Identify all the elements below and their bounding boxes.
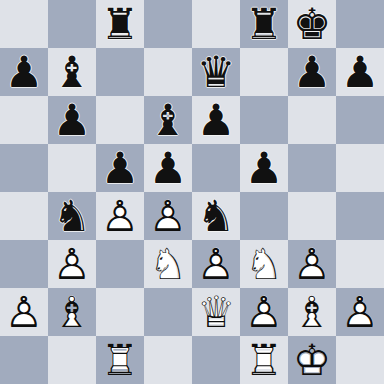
square-e4[interactable]: ♞ bbox=[192, 192, 240, 240]
square-h5[interactable] bbox=[336, 144, 384, 192]
square-f6[interactable] bbox=[240, 96, 288, 144]
black-knight-glyph: ♞ bbox=[192, 192, 240, 240]
square-d4[interactable]: ♟♙ bbox=[144, 192, 192, 240]
square-e6[interactable]: ♟ bbox=[192, 96, 240, 144]
white-pawn: ♟♙ bbox=[48, 240, 96, 288]
black-bishop: ♝ bbox=[144, 96, 192, 144]
square-d2[interactable] bbox=[144, 288, 192, 336]
square-f8[interactable]: ♜ bbox=[240, 0, 288, 48]
black-pawn-glyph: ♟ bbox=[336, 48, 384, 96]
white-rook-outline: ♖ bbox=[96, 336, 144, 384]
black-king-glyph: ♚ bbox=[288, 0, 336, 48]
black-pawn: ♟ bbox=[48, 96, 96, 144]
black-pawn-glyph: ♟ bbox=[144, 144, 192, 192]
square-f7[interactable] bbox=[240, 48, 288, 96]
white-queen-outline: ♕ bbox=[192, 288, 240, 336]
white-bishop-outline: ♗ bbox=[288, 288, 336, 336]
white-pawn: ♟♙ bbox=[192, 240, 240, 288]
square-h8[interactable] bbox=[336, 0, 384, 48]
white-queen: ♛♕ bbox=[192, 288, 240, 336]
black-knight-glyph: ♞ bbox=[48, 192, 96, 240]
square-b5[interactable] bbox=[48, 144, 96, 192]
black-pawn: ♟ bbox=[192, 96, 240, 144]
black-rook-glyph: ♜ bbox=[96, 0, 144, 48]
chess-board: ♜♜♚♟♝♛♟♟♟♝♟♟♟♟♞♟♙♟♙♞♟♙♞♘♟♙♞♘♟♙♟♙♝♗♛♕♟♙♝♗… bbox=[0, 0, 384, 384]
square-d5[interactable]: ♟ bbox=[144, 144, 192, 192]
square-f4[interactable] bbox=[240, 192, 288, 240]
square-a8[interactable] bbox=[0, 0, 48, 48]
square-e1[interactable] bbox=[192, 336, 240, 384]
white-pawn: ♟♙ bbox=[0, 288, 48, 336]
square-d6[interactable]: ♝ bbox=[144, 96, 192, 144]
black-bishop: ♝ bbox=[48, 48, 96, 96]
black-queen: ♛ bbox=[192, 48, 240, 96]
square-g6[interactable] bbox=[288, 96, 336, 144]
square-b7[interactable]: ♝ bbox=[48, 48, 96, 96]
white-pawn: ♟♙ bbox=[288, 240, 336, 288]
black-rook-glyph: ♜ bbox=[240, 0, 288, 48]
square-g7[interactable]: ♟ bbox=[288, 48, 336, 96]
black-pawn: ♟ bbox=[288, 48, 336, 96]
square-f5[interactable]: ♟ bbox=[240, 144, 288, 192]
white-pawn: ♟♙ bbox=[240, 288, 288, 336]
black-pawn: ♟ bbox=[240, 144, 288, 192]
white-rook: ♜♖ bbox=[96, 336, 144, 384]
square-b4[interactable]: ♞ bbox=[48, 192, 96, 240]
square-h6[interactable] bbox=[336, 96, 384, 144]
black-bishop-glyph: ♝ bbox=[144, 96, 192, 144]
square-f1[interactable]: ♜♖ bbox=[240, 336, 288, 384]
square-g8[interactable]: ♚ bbox=[288, 0, 336, 48]
white-bishop: ♝♗ bbox=[48, 288, 96, 336]
black-king: ♚ bbox=[288, 0, 336, 48]
white-pawn-outline: ♙ bbox=[336, 288, 384, 336]
square-h7[interactable]: ♟ bbox=[336, 48, 384, 96]
black-pawn-glyph: ♟ bbox=[48, 96, 96, 144]
white-pawn-outline: ♙ bbox=[48, 240, 96, 288]
white-knight-outline: ♘ bbox=[144, 240, 192, 288]
black-queen-glyph: ♛ bbox=[192, 48, 240, 96]
black-rook: ♜ bbox=[240, 0, 288, 48]
square-d7[interactable] bbox=[144, 48, 192, 96]
square-h2[interactable]: ♟♙ bbox=[336, 288, 384, 336]
square-d8[interactable] bbox=[144, 0, 192, 48]
black-pawn: ♟ bbox=[336, 48, 384, 96]
white-knight: ♞♘ bbox=[240, 240, 288, 288]
square-b8[interactable] bbox=[48, 0, 96, 48]
square-g4[interactable] bbox=[288, 192, 336, 240]
square-b2[interactable]: ♝♗ bbox=[48, 288, 96, 336]
square-c3[interactable] bbox=[96, 240, 144, 288]
square-h1[interactable] bbox=[336, 336, 384, 384]
white-pawn: ♟♙ bbox=[336, 288, 384, 336]
white-rook-outline: ♖ bbox=[240, 336, 288, 384]
square-d1[interactable] bbox=[144, 336, 192, 384]
square-c1[interactable]: ♜♖ bbox=[96, 336, 144, 384]
black-pawn-glyph: ♟ bbox=[0, 48, 48, 96]
square-g1[interactable]: ♚♔ bbox=[288, 336, 336, 384]
black-pawn-glyph: ♟ bbox=[240, 144, 288, 192]
black-pawn: ♟ bbox=[144, 144, 192, 192]
square-b3[interactable]: ♟♙ bbox=[48, 240, 96, 288]
black-pawn-glyph: ♟ bbox=[96, 144, 144, 192]
square-g5[interactable] bbox=[288, 144, 336, 192]
white-king-outline: ♔ bbox=[288, 336, 336, 384]
square-e3[interactable]: ♟♙ bbox=[192, 240, 240, 288]
square-c5[interactable]: ♟ bbox=[96, 144, 144, 192]
square-f2[interactable]: ♟♙ bbox=[240, 288, 288, 336]
black-knight: ♞ bbox=[48, 192, 96, 240]
white-bishop: ♝♗ bbox=[288, 288, 336, 336]
square-a6[interactable] bbox=[0, 96, 48, 144]
black-bishop-glyph: ♝ bbox=[48, 48, 96, 96]
square-c2[interactable] bbox=[96, 288, 144, 336]
square-a2[interactable]: ♟♙ bbox=[0, 288, 48, 336]
square-g2[interactable]: ♝♗ bbox=[288, 288, 336, 336]
square-a5[interactable] bbox=[0, 144, 48, 192]
square-c4[interactable]: ♟♙ bbox=[96, 192, 144, 240]
square-e2[interactable]: ♛♕ bbox=[192, 288, 240, 336]
black-pawn: ♟ bbox=[0, 48, 48, 96]
white-pawn-outline: ♙ bbox=[0, 288, 48, 336]
black-knight: ♞ bbox=[192, 192, 240, 240]
white-pawn-outline: ♙ bbox=[144, 192, 192, 240]
square-d3[interactable]: ♞♘ bbox=[144, 240, 192, 288]
square-e8[interactable] bbox=[192, 0, 240, 48]
square-a1[interactable] bbox=[0, 336, 48, 384]
white-pawn-outline: ♙ bbox=[192, 240, 240, 288]
square-a3[interactable] bbox=[0, 240, 48, 288]
square-h3[interactable] bbox=[336, 240, 384, 288]
square-b6[interactable]: ♟ bbox=[48, 96, 96, 144]
white-pawn-outline: ♙ bbox=[288, 240, 336, 288]
white-bishop-outline: ♗ bbox=[48, 288, 96, 336]
black-pawn: ♟ bbox=[96, 144, 144, 192]
white-pawn: ♟♙ bbox=[144, 192, 192, 240]
black-pawn-glyph: ♟ bbox=[288, 48, 336, 96]
square-c8[interactable]: ♜ bbox=[96, 0, 144, 48]
white-king: ♚♔ bbox=[288, 336, 336, 384]
white-pawn: ♟♙ bbox=[96, 192, 144, 240]
square-a7[interactable]: ♟ bbox=[0, 48, 48, 96]
square-e5[interactable] bbox=[192, 144, 240, 192]
white-pawn-outline: ♙ bbox=[96, 192, 144, 240]
black-rook: ♜ bbox=[96, 0, 144, 48]
white-knight: ♞♘ bbox=[144, 240, 192, 288]
black-pawn-glyph: ♟ bbox=[192, 96, 240, 144]
white-knight-outline: ♘ bbox=[240, 240, 288, 288]
square-b1[interactable] bbox=[48, 336, 96, 384]
square-f3[interactable]: ♞♘ bbox=[240, 240, 288, 288]
white-rook: ♜♖ bbox=[240, 336, 288, 384]
square-g3[interactable]: ♟♙ bbox=[288, 240, 336, 288]
square-c6[interactable] bbox=[96, 96, 144, 144]
square-e7[interactable]: ♛ bbox=[192, 48, 240, 96]
square-h4[interactable] bbox=[336, 192, 384, 240]
square-a4[interactable] bbox=[0, 192, 48, 240]
white-pawn-outline: ♙ bbox=[240, 288, 288, 336]
square-c7[interactable] bbox=[96, 48, 144, 96]
